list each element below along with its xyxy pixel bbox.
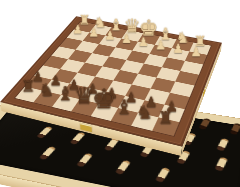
stored-piece (199, 118, 211, 130)
stored-piece (216, 138, 229, 151)
product-photo-chess-set: ♜♞♝♛♚♝♞♜♟♟♟♟♟♟♟♟♟♟♟♟♟♟♟♟♜♞♝♛♚♝♞♜ (0, 0, 240, 187)
brass-hinge (80, 123, 92, 132)
stored-piece (215, 157, 228, 172)
stored-piece (70, 132, 86, 145)
scene-3d: ♜♞♝♛♚♝♞♜♟♟♟♟♟♟♟♟♟♟♟♟♟♟♟♟♜♞♝♛♚♝♞♜ (0, 0, 240, 187)
stored-piece (76, 153, 93, 167)
stored-piece (230, 123, 240, 135)
brass-latch (203, 86, 206, 98)
stored-piece (115, 160, 131, 175)
stored-piece (39, 146, 56, 160)
stored-piece (36, 126, 52, 138)
stored-piece (155, 167, 170, 182)
